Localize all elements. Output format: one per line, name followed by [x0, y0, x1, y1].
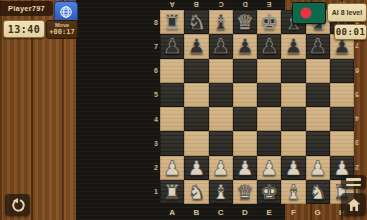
square-a8[interactable]: ♜ — [160, 10, 184, 34]
square-a5[interactable] — [160, 83, 184, 107]
square-c5[interactable] — [209, 83, 233, 107]
coord-label-3: 3 — [152, 131, 160, 155]
white-pawn: ♟ — [309, 158, 327, 178]
coord-label-4: 4 — [152, 107, 160, 131]
coord-label-6: 6 — [152, 59, 160, 83]
black-pawn: ♟ — [309, 36, 327, 56]
white-rook: ♜ — [163, 182, 181, 202]
square-e3[interactable] — [257, 131, 281, 155]
black-knight: ♞ — [187, 12, 205, 32]
coord-label-b: B — [184, 0, 208, 10]
coord-label-8: 8 — [152, 10, 160, 34]
square-b6[interactable] — [184, 59, 208, 83]
globe-icon — [59, 5, 73, 19]
coord-label-1: 1 — [152, 180, 160, 204]
square-c7[interactable]: ♟ — [209, 34, 233, 58]
coord-label-c: C — [209, 204, 233, 220]
square-d5[interactable] — [233, 83, 257, 107]
square-g1[interactable]: ♞ — [306, 180, 330, 204]
square-b5[interactable] — [184, 83, 208, 107]
coord-label-d: D — [233, 0, 257, 10]
square-e8[interactable]: ♚ — [257, 10, 281, 34]
ai-level-button[interactable]: AI 8 level — [327, 3, 367, 22]
square-g3[interactable] — [306, 131, 330, 155]
black-pawn: ♟ — [236, 36, 254, 56]
white-pawn: ♟ — [187, 158, 205, 178]
white-king: ♚ — [260, 182, 278, 202]
white-knight: ♞ — [187, 182, 205, 202]
coord-label-f: F — [281, 204, 305, 220]
white-bishop: ♝ — [212, 182, 230, 202]
square-e5[interactable] — [257, 83, 281, 107]
flag-disc — [301, 8, 312, 19]
coord-label-3: 3 — [353, 131, 361, 155]
square-c6[interactable] — [209, 59, 233, 83]
white-bishop: ♝ — [284, 182, 302, 202]
chess-board[interactable]: ♜♞♝♛♚♝♞♜♟♟♟♟♟♟♟♟♟♟♟♟♟♟♟♟♜♞♝♛♚♝♞♜ — [160, 10, 354, 204]
white-clock: 13:40 — [3, 20, 45, 38]
square-e1[interactable]: ♚ — [257, 180, 281, 204]
square-f1[interactable]: ♝ — [281, 180, 305, 204]
menu-button[interactable] — [341, 175, 366, 189]
coord-label-e: E — [257, 0, 281, 10]
square-b8[interactable]: ♞ — [184, 10, 208, 34]
square-d3[interactable] — [233, 131, 257, 155]
coord-label-6: 6 — [353, 59, 361, 83]
square-c1[interactable]: ♝ — [209, 180, 233, 204]
coord-label-d: D — [233, 204, 257, 220]
black-pawn: ♟ — [284, 36, 302, 56]
square-b3[interactable] — [184, 131, 208, 155]
square-e4[interactable] — [257, 107, 281, 131]
square-d8[interactable]: ♛ — [233, 10, 257, 34]
square-f2[interactable]: ♟ — [281, 156, 305, 180]
square-f7[interactable]: ♟ — [281, 34, 305, 58]
undo-icon — [10, 197, 26, 213]
black-king: ♚ — [260, 12, 278, 32]
square-g4[interactable] — [306, 107, 330, 131]
square-d4[interactable] — [233, 107, 257, 131]
black-queen: ♛ — [236, 12, 254, 32]
square-d7[interactable]: ♟ — [233, 34, 257, 58]
coord-label-c: C — [209, 0, 233, 10]
home-icon — [346, 197, 362, 213]
square-f5[interactable] — [281, 83, 305, 107]
move-bonus-value: +00:17 — [49, 29, 74, 36]
move-bonus-box: Move +00:17 — [46, 20, 78, 39]
square-d6[interactable] — [233, 59, 257, 83]
coord-label-7: 7 — [152, 34, 160, 58]
square-f4[interactable] — [281, 107, 305, 131]
white-queen: ♛ — [236, 182, 254, 202]
square-h3[interactable] — [330, 131, 354, 155]
file-labels-bottom: ABCDEFGH — [160, 204, 354, 220]
square-a3[interactable] — [160, 131, 184, 155]
square-h4[interactable] — [330, 107, 354, 131]
white-pawn: ♟ — [284, 158, 302, 178]
square-h6[interactable] — [330, 59, 354, 83]
coord-label-2: 2 — [152, 156, 160, 180]
square-b2[interactable]: ♟ — [184, 156, 208, 180]
square-e6[interactable] — [257, 59, 281, 83]
coord-label-a: A — [160, 204, 184, 220]
coord-label-5: 5 — [353, 83, 361, 107]
square-g2[interactable]: ♟ — [306, 156, 330, 180]
square-f3[interactable] — [281, 131, 305, 155]
black-clock: 00:01 — [334, 24, 367, 40]
square-c3[interactable] — [209, 131, 233, 155]
white-player-name: Player797 — [8, 4, 45, 13]
square-c8[interactable]: ♝ — [209, 10, 233, 34]
square-f6[interactable] — [281, 59, 305, 83]
white-pawn: ♟ — [212, 158, 230, 178]
square-b4[interactable] — [184, 107, 208, 131]
coord-label-g: G — [306, 204, 330, 220]
white-pawn: ♟ — [260, 158, 278, 178]
square-b1[interactable]: ♞ — [184, 180, 208, 204]
coord-label-4: 4 — [353, 107, 361, 131]
square-g7[interactable]: ♟ — [306, 34, 330, 58]
coord-label-e: E — [257, 204, 281, 220]
coord-label-5: 5 — [152, 83, 160, 107]
bangladesh-flag — [292, 2, 326, 24]
square-c2[interactable]: ♟ — [209, 156, 233, 180]
square-c4[interactable] — [209, 107, 233, 131]
square-e2[interactable]: ♟ — [257, 156, 281, 180]
black-bishop: ♝ — [212, 12, 230, 32]
coord-label-a: A — [160, 0, 184, 10]
square-g6[interactable] — [306, 59, 330, 83]
square-a4[interactable] — [160, 107, 184, 131]
square-a1[interactable]: ♜ — [160, 180, 184, 204]
undo-button[interactable] — [5, 194, 30, 216]
black-pawn: ♟ — [212, 36, 230, 56]
white-knight: ♞ — [309, 182, 327, 202]
square-b7[interactable]: ♟ — [184, 34, 208, 58]
square-a2[interactable]: ♟ — [160, 156, 184, 180]
square-a7[interactable]: ♟ — [160, 34, 184, 58]
black-pawn: ♟ — [260, 36, 278, 56]
white-pawn: ♟ — [236, 158, 254, 178]
menu-icon — [346, 178, 361, 181]
chess-app-screen: ABCDEFGH ABCDEFGH 87654321 87654321 ♜♞♝♛… — [0, 0, 367, 220]
square-a6[interactable] — [160, 59, 184, 83]
board-frame: ABCDEFGH ABCDEFGH 87654321 87654321 ♜♞♝♛… — [76, 0, 285, 220]
square-g5[interactable] — [306, 83, 330, 107]
square-d2[interactable]: ♟ — [233, 156, 257, 180]
rank-labels-left: 87654321 — [152, 10, 160, 204]
white-pawn: ♟ — [163, 158, 181, 178]
coord-label-b: B — [184, 204, 208, 220]
home-button[interactable] — [341, 193, 366, 216]
black-pawn: ♟ — [187, 36, 205, 56]
black-rook: ♜ — [163, 12, 181, 32]
square-e7[interactable]: ♟ — [257, 34, 281, 58]
white-player-name-bar: Player797 — [0, 1, 53, 16]
black-pawn: ♟ — [163, 36, 181, 56]
square-d1[interactable]: ♛ — [233, 180, 257, 204]
square-h5[interactable] — [330, 83, 354, 107]
